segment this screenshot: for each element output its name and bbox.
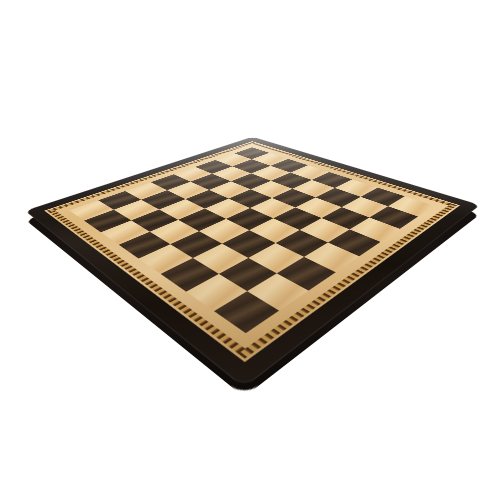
board-grid bbox=[69, 147, 434, 333]
product-photo-canvas bbox=[0, 0, 500, 500]
